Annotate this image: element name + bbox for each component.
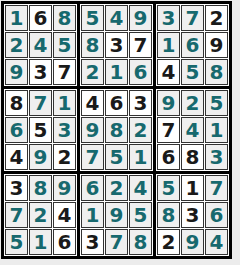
sudoku-box: 372169458: [156, 4, 229, 86]
cell-r3c9[interactable]: 8: [205, 59, 228, 85]
cell-r3c4[interactable]: 2: [81, 59, 104, 85]
cell-r6c6[interactable]: 1: [129, 144, 152, 170]
cell-r8c6[interactable]: 5: [129, 202, 152, 228]
cell-r7c8[interactable]: 1: [181, 175, 204, 201]
cell-r6c1[interactable]: 4: [5, 144, 28, 170]
cell-r7c4[interactable]: 6: [81, 175, 104, 201]
sudoku-box: 549837216: [80, 4, 153, 86]
cell-r7c3[interactable]: 9: [53, 175, 76, 201]
sudoku-box: 624195378: [80, 174, 153, 256]
cell-r1c2[interactable]: 6: [29, 5, 52, 31]
cell-r7c1[interactable]: 3: [5, 175, 28, 201]
cell-r3c3[interactable]: 7: [53, 59, 76, 85]
cell-r1c4[interactable]: 5: [81, 5, 104, 31]
cell-r2c6[interactable]: 7: [129, 32, 152, 58]
cell-r1c5[interactable]: 4: [105, 5, 128, 31]
cell-r7c2[interactable]: 8: [29, 175, 52, 201]
cell-r6c3[interactable]: 2: [53, 144, 76, 170]
cell-r6c2[interactable]: 9: [29, 144, 52, 170]
cell-r9c1[interactable]: 5: [5, 229, 28, 255]
cell-r5c3[interactable]: 3: [53, 117, 76, 143]
cell-r3c8[interactable]: 5: [181, 59, 204, 85]
cell-r1c8[interactable]: 7: [181, 5, 204, 31]
cell-r9c2[interactable]: 1: [29, 229, 52, 255]
cell-r4c1[interactable]: 8: [5, 90, 28, 116]
cell-r3c6[interactable]: 6: [129, 59, 152, 85]
cell-r7c7[interactable]: 5: [157, 175, 180, 201]
cell-r1c9[interactable]: 2: [205, 5, 228, 31]
sudoku-board: 168245937 549837216 372169458 871653492 …: [1, 1, 232, 259]
cell-r7c9[interactable]: 7: [205, 175, 228, 201]
cell-r9c7[interactable]: 2: [157, 229, 180, 255]
cell-r2c7[interactable]: 1: [157, 32, 180, 58]
cell-r9c4[interactable]: 3: [81, 229, 104, 255]
cell-r6c9[interactable]: 3: [205, 144, 228, 170]
cell-r9c8[interactable]: 9: [181, 229, 204, 255]
cell-r5c7[interactable]: 7: [157, 117, 180, 143]
cell-r4c2[interactable]: 7: [29, 90, 52, 116]
cell-r3c1[interactable]: 9: [5, 59, 28, 85]
cell-r2c4[interactable]: 8: [81, 32, 104, 58]
cell-r5c6[interactable]: 2: [129, 117, 152, 143]
cell-r4c9[interactable]: 5: [205, 90, 228, 116]
sudoku-box: 517836294: [156, 174, 229, 256]
sudoku-box: 168245937: [4, 4, 77, 86]
cell-r4c8[interactable]: 2: [181, 90, 204, 116]
cell-r5c5[interactable]: 8: [105, 117, 128, 143]
cell-r1c1[interactable]: 1: [5, 5, 28, 31]
cell-r2c1[interactable]: 2: [5, 32, 28, 58]
cell-r9c9[interactable]: 4: [205, 229, 228, 255]
sudoku-box: 463982751: [80, 89, 153, 171]
cell-r7c6[interactable]: 4: [129, 175, 152, 201]
cell-r6c7[interactable]: 6: [157, 144, 180, 170]
cell-r3c7[interactable]: 4: [157, 59, 180, 85]
cell-r3c5[interactable]: 1: [105, 59, 128, 85]
cell-r4c4[interactable]: 4: [81, 90, 104, 116]
cell-r9c6[interactable]: 8: [129, 229, 152, 255]
cell-r2c5[interactable]: 3: [105, 32, 128, 58]
cell-r4c6[interactable]: 3: [129, 90, 152, 116]
cell-r1c7[interactable]: 3: [157, 5, 180, 31]
cell-r2c3[interactable]: 5: [53, 32, 76, 58]
cell-r2c9[interactable]: 9: [205, 32, 228, 58]
cell-r4c7[interactable]: 9: [157, 90, 180, 116]
cell-r5c9[interactable]: 1: [205, 117, 228, 143]
cell-r9c3[interactable]: 6: [53, 229, 76, 255]
sudoku-box: 389724516: [4, 174, 77, 256]
cell-r6c4[interactable]: 7: [81, 144, 104, 170]
cell-r8c7[interactable]: 8: [157, 202, 180, 228]
cell-r1c3[interactable]: 8: [53, 5, 76, 31]
cell-r8c2[interactable]: 2: [29, 202, 52, 228]
cell-r5c8[interactable]: 4: [181, 117, 204, 143]
cell-r8c5[interactable]: 9: [105, 202, 128, 228]
sudoku-box: 871653492: [4, 89, 77, 171]
cell-r5c2[interactable]: 5: [29, 117, 52, 143]
cell-r8c1[interactable]: 7: [5, 202, 28, 228]
cell-r5c4[interactable]: 9: [81, 117, 104, 143]
cell-r6c5[interactable]: 5: [105, 144, 128, 170]
cell-r8c3[interactable]: 4: [53, 202, 76, 228]
cell-r8c4[interactable]: 1: [81, 202, 104, 228]
cell-r2c2[interactable]: 4: [29, 32, 52, 58]
cell-r8c9[interactable]: 6: [205, 202, 228, 228]
sudoku-box: 925741683: [156, 89, 229, 171]
cell-r2c8[interactable]: 6: [181, 32, 204, 58]
cell-r4c5[interactable]: 6: [105, 90, 128, 116]
cell-r3c2[interactable]: 3: [29, 59, 52, 85]
cell-r7c5[interactable]: 2: [105, 175, 128, 201]
cell-r8c8[interactable]: 3: [181, 202, 204, 228]
cell-r6c8[interactable]: 8: [181, 144, 204, 170]
cell-r4c3[interactable]: 1: [53, 90, 76, 116]
cell-r9c5[interactable]: 7: [105, 229, 128, 255]
cell-r1c6[interactable]: 9: [129, 5, 152, 31]
cell-r5c1[interactable]: 6: [5, 117, 28, 143]
